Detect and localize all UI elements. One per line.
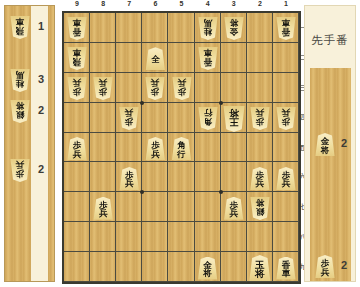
board-cell-9九[interactable] — [64, 252, 90, 282]
piece-kanji: 香車 — [281, 261, 291, 277]
board-cell-1八[interactable] — [273, 222, 299, 252]
hand-count-桂馬: 3 — [38, 73, 44, 85]
piece-歩兵-sente[interactable]: 歩兵 — [93, 197, 113, 220]
hand-count-歩兵: 2 — [341, 259, 347, 271]
board-cell-5八[interactable] — [168, 222, 194, 252]
piece-歩兵-sente[interactable]: 歩兵 — [145, 137, 165, 160]
board-cell-8六[interactable] — [90, 162, 116, 192]
piece-kanji: 飛車 — [72, 50, 82, 66]
piece-kanji: 金将 — [203, 261, 213, 277]
file-label-2: 2 — [258, 0, 262, 7]
board-cell-5六[interactable] — [168, 162, 194, 192]
piece-歩兵-sente[interactable]: 歩兵 — [67, 137, 87, 160]
board-cell-8二[interactable] — [90, 43, 116, 73]
board-cell-4三[interactable] — [195, 73, 221, 103]
board-cell-2一[interactable] — [247, 13, 273, 43]
piece-kanji: 歩兵 — [255, 110, 265, 126]
board-cell-9四[interactable] — [64, 103, 90, 133]
piece-金将-sente[interactable]: 金将 — [198, 257, 218, 280]
board-cell-5二[interactable] — [168, 43, 194, 73]
board-cell-8四[interactable] — [90, 103, 116, 133]
piece-kanji: 歩兵 — [320, 259, 330, 275]
file-label-1: 1 — [284, 0, 288, 7]
piece-玉将-sente[interactable]: 玉将 — [249, 255, 271, 281]
file-label-4: 4 — [206, 0, 210, 7]
piece-kanji: 歩兵 — [98, 201, 108, 217]
board-cell-1七[interactable] — [273, 192, 299, 222]
file-label-6: 6 — [153, 0, 157, 7]
star-point — [219, 101, 223, 105]
board-cell-3三[interactable] — [221, 73, 247, 103]
board-cell-6六[interactable] — [142, 162, 168, 192]
piece-飛車-gote[interactable]: 飛車 — [10, 16, 30, 39]
board-cell-2五[interactable] — [247, 133, 273, 163]
board-cell-8九[interactable] — [90, 252, 116, 282]
right-panel: 先手番 金将2歩兵2 — [304, 5, 356, 282]
board-cell-3八[interactable] — [221, 222, 247, 252]
board-cell-7一[interactable] — [116, 13, 142, 43]
board-cell-8八[interactable] — [90, 222, 116, 252]
board-cell-5七[interactable] — [168, 192, 194, 222]
hand-count-飛車: 1 — [38, 20, 44, 32]
board-cell-8一[interactable] — [90, 13, 116, 43]
piece-歩兵-sente[interactable]: 歩兵 — [315, 255, 335, 278]
piece-kanji: 歩兵 — [281, 171, 291, 187]
piece-kanji: 歩兵 — [229, 201, 239, 217]
piece-歩兵-gote[interactable]: 歩兵 — [67, 77, 87, 100]
piece-全-sente[interactable]: 全 — [145, 47, 165, 70]
piece-kanji: 歩兵 — [98, 80, 108, 96]
piece-歩兵-gote[interactable]: 歩兵 — [276, 107, 296, 130]
board-cell-5四[interactable] — [168, 103, 194, 133]
piece-kanji: 王将 — [228, 109, 239, 127]
piece-kanji: 香車 — [72, 20, 82, 36]
board-cell-4七[interactable] — [195, 192, 221, 222]
board-cell-6八[interactable] — [142, 222, 168, 252]
piece-歩兵-gote[interactable]: 歩兵 — [10, 159, 30, 182]
board-cell-7五[interactable] — [116, 133, 142, 163]
board-cell-4六[interactable] — [195, 162, 221, 192]
piece-kanji: 歩兵 — [255, 171, 265, 187]
piece-kanji: 歩兵 — [15, 161, 25, 177]
piece-kanji: 歩兵 — [281, 110, 291, 126]
piece-kanji: 歩兵 — [150, 80, 160, 96]
board-cell-7三[interactable] — [116, 73, 142, 103]
board-cell-7二[interactable] — [116, 43, 142, 73]
piece-飛車-gote[interactable]: 飛車 — [67, 47, 87, 70]
gote-hand-tray: 飛車1桂馬3銀将2歩兵2 — [4, 5, 55, 282]
file-labels: 987654321 — [62, 0, 301, 10]
board-cell-4五[interactable] — [195, 133, 221, 163]
piece-kanji: 金将 — [229, 20, 239, 36]
file-label-5: 5 — [180, 0, 184, 7]
piece-kanji: 銀将 — [255, 199, 265, 215]
piece-歩兵-sente[interactable]: 歩兵 — [224, 197, 244, 220]
board-cell-9七[interactable] — [64, 192, 90, 222]
turn-indicator: 先手番 — [305, 33, 355, 48]
piece-香車-sente[interactable]: 香車 — [276, 257, 296, 280]
board-cell-3五[interactable] — [221, 133, 247, 163]
board-cell-1五[interactable] — [273, 133, 299, 163]
board-cell-2三[interactable] — [247, 73, 273, 103]
board-cell-6一[interactable] — [142, 13, 168, 43]
piece-kanji: 香車 — [281, 20, 291, 36]
piece-kanji: 全 — [150, 55, 160, 63]
piece-kanji: 桂馬 — [203, 20, 213, 36]
piece-kanji: 桂馬 — [15, 71, 25, 87]
piece-kanji: 歩兵 — [72, 141, 82, 157]
board-cell-2八[interactable] — [247, 222, 273, 252]
piece-kanji: 銀将 — [15, 102, 25, 118]
piece-kanji: 歩兵 — [177, 80, 187, 96]
piece-kanji: 玉将 — [254, 260, 265, 278]
board-cell-5九[interactable] — [168, 252, 194, 282]
file-label-9: 9 — [75, 0, 79, 7]
board-cell-7九[interactable] — [116, 252, 142, 282]
board-cell-9六[interactable] — [64, 162, 90, 192]
piece-桂馬-gote[interactable]: 桂馬 — [10, 69, 30, 92]
piece-歩兵-sente[interactable]: 歩兵 — [119, 167, 139, 190]
piece-kanji: 角行 — [177, 141, 187, 157]
piece-香車-gote[interactable]: 香車 — [67, 17, 87, 40]
file-label-8: 8 — [101, 0, 105, 7]
piece-kanji: 香車 — [203, 50, 213, 66]
board-cell-3九[interactable] — [221, 252, 247, 282]
board-cell-6七[interactable] — [142, 192, 168, 222]
piece-kanji: 歩兵 — [72, 80, 82, 96]
file-label-7: 7 — [127, 0, 131, 7]
board-cell-3六[interactable] — [221, 162, 247, 192]
piece-銀将-gote[interactable]: 銀将 — [10, 100, 30, 123]
piece-kanji: 歩兵 — [124, 110, 134, 126]
board-cell-6九[interactable] — [142, 252, 168, 282]
piece-金将-sente[interactable]: 金将 — [315, 133, 335, 156]
board-cell-3二[interactable] — [221, 43, 247, 73]
board-cell-5一[interactable] — [168, 13, 194, 43]
piece-kanji: 飛車 — [15, 18, 25, 34]
board-cell-1三[interactable] — [273, 73, 299, 103]
piece-歩兵-sente[interactable]: 歩兵 — [250, 167, 270, 190]
piece-角行-sente[interactable]: 角行 — [172, 137, 192, 160]
board-cell-2二[interactable] — [247, 43, 273, 73]
shogi-board: 香車桂馬金将香車飛車全香車歩兵歩兵歩兵歩兵歩兵角行王将歩兵歩兵歩兵歩兵角行歩兵歩… — [62, 11, 301, 284]
board-cell-9八[interactable] — [64, 222, 90, 252]
piece-歩兵-sente[interactable]: 歩兵 — [276, 167, 296, 190]
hand-count-銀将: 2 — [38, 104, 44, 116]
piece-kanji: 歩兵 — [124, 171, 134, 187]
hand-count-歩兵: 2 — [38, 163, 44, 175]
board-cell-4八[interactable] — [195, 222, 221, 252]
gote-hand-count-strip — [31, 6, 48, 281]
sente-hand-tray: 金将2歩兵2 — [310, 68, 351, 281]
board-cell-7八[interactable] — [116, 222, 142, 252]
board-cell-7七[interactable] — [116, 192, 142, 222]
board-cell-6四[interactable] — [142, 103, 168, 133]
piece-kanji: 歩兵 — [150, 141, 160, 157]
hand-count-金将: 2 — [341, 137, 347, 149]
piece-kanji: 角行 — [203, 110, 213, 126]
board-cell-8五[interactable] — [90, 133, 116, 163]
board-cell-1二[interactable] — [273, 43, 299, 73]
piece-kanji: 金将 — [320, 137, 330, 153]
file-label-3: 3 — [232, 0, 236, 7]
